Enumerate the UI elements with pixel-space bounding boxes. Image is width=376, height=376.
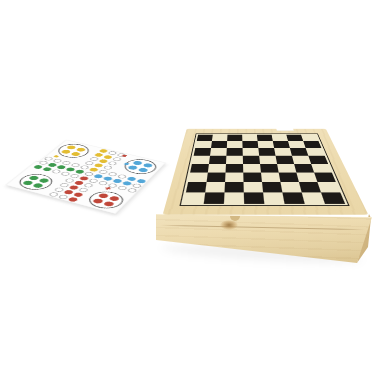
board-square: [261, 173, 280, 183]
board-square: [210, 148, 227, 156]
board-square: [244, 182, 264, 192]
board-square: [262, 182, 282, 192]
board-square: [294, 164, 314, 173]
board-square: [274, 148, 292, 156]
board-square: [192, 156, 210, 164]
board-square: [226, 164, 244, 173]
checkerboard: [179, 133, 349, 205]
wood-knot: [220, 220, 238, 230]
ludo-board-sheet: [9, 140, 166, 214]
finger-notch: [230, 216, 240, 221]
board-square: [288, 141, 306, 148]
board-square: [321, 192, 345, 203]
board-square: [317, 182, 340, 192]
board-square: [225, 173, 243, 183]
board-square: [212, 135, 228, 142]
box-lid: [163, 129, 369, 215]
board-square: [224, 192, 244, 203]
board-square: [259, 156, 277, 164]
board-square: [257, 135, 273, 142]
board-square: [296, 173, 317, 183]
board-square: [277, 164, 296, 173]
ludo-print: [9, 140, 166, 214]
board-square: [279, 173, 299, 183]
board-square: [273, 141, 290, 148]
board-square: [306, 148, 325, 156]
board-square: [243, 164, 261, 173]
lid-seam: [160, 225, 365, 231]
lid-back-notch: [276, 129, 293, 131]
board-square: [227, 141, 243, 148]
board-square: [308, 156, 328, 164]
board-square: [244, 192, 265, 203]
board-square: [314, 173, 336, 183]
board-square: [190, 164, 209, 173]
board-square: [226, 148, 242, 156]
board-square: [186, 182, 207, 192]
board-square: [301, 135, 318, 142]
board-square: [276, 156, 295, 164]
board-square: [282, 192, 304, 203]
board-square: [197, 135, 213, 142]
board-square: [302, 192, 325, 203]
board-square: [263, 192, 284, 203]
board-square: [258, 141, 275, 148]
board-square: [195, 141, 212, 148]
board-square: [242, 135, 257, 142]
board-square: [207, 173, 226, 183]
board-square: [226, 156, 243, 164]
board-square: [204, 192, 225, 203]
board-square: [299, 182, 321, 192]
board-square: [286, 135, 303, 142]
board-square: [194, 148, 211, 156]
board-square: [290, 148, 308, 156]
checkerboard-grid: [184, 135, 346, 204]
board-square: [258, 148, 275, 156]
board-square: [243, 173, 262, 183]
board-square: [260, 164, 279, 173]
board-square: [209, 156, 226, 164]
board-square: [242, 141, 258, 148]
board-square: [184, 192, 206, 203]
board-square: [303, 141, 321, 148]
board-square: [208, 164, 226, 173]
lid-edge-highlight: [156, 212, 372, 217]
product-photo-scene: [0, 0, 376, 376]
board-square: [205, 182, 225, 192]
board-square: [225, 182, 244, 192]
board-square: [292, 156, 311, 164]
board-square: [227, 135, 242, 142]
board-square: [211, 141, 227, 148]
board-square: [272, 135, 288, 142]
board-square: [243, 148, 260, 156]
board-square: [188, 173, 208, 183]
board-square: [280, 182, 301, 192]
board-square: [311, 164, 332, 173]
board-square: [243, 156, 260, 164]
